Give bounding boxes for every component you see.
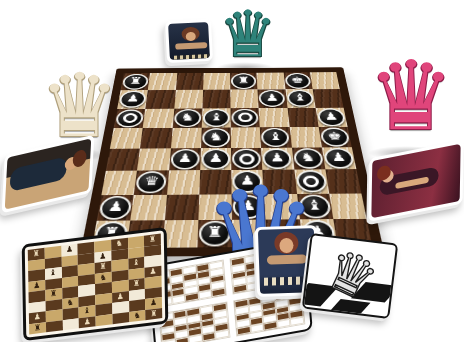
piece-symbol: ♛: [143, 175, 160, 188]
board-square[interactable]: ♝: [260, 127, 291, 148]
pattern-cell: [202, 332, 216, 341]
pawn-token[interactable]: ♟: [98, 196, 132, 220]
board-square[interactable]: [203, 73, 230, 90]
piece-symbol: ♟: [265, 93, 279, 103]
pattern-cell: [189, 335, 203, 342]
mini-board-square: [112, 312, 129, 325]
pattern-cell: [277, 319, 291, 328]
board-square[interactable]: [231, 108, 260, 128]
board-square[interactable]: ♟: [97, 195, 134, 221]
pattern-cell: [215, 330, 229, 339]
board-square[interactable]: [170, 127, 201, 148]
mini-board-square: [62, 318, 79, 331]
knight-token[interactable]: ♞: [202, 128, 230, 147]
board-square[interactable]: ♟: [117, 90, 148, 108]
board-square[interactable]: [312, 89, 343, 107]
knight-token[interactable]: ♞: [173, 109, 201, 127]
board-square[interactable]: [175, 73, 203, 90]
right-deck-illustration: [371, 144, 460, 218]
pattern-cell: [250, 324, 264, 333]
pattern-cell: [198, 290, 212, 299]
woman-dress: [10, 156, 68, 192]
board-square[interactable]: [167, 170, 200, 194]
pink-queen[interactable]: ♛: [368, 48, 454, 144]
board-square[interactable]: [146, 90, 176, 108]
pawn-token[interactable]: ♟: [118, 91, 146, 108]
board-square[interactable]: [231, 127, 261, 148]
pawn-token[interactable]: ♟: [170, 149, 200, 170]
ring-symbol: [238, 113, 253, 123]
board-square[interactable]: ♜: [230, 73, 258, 90]
mini-board-square: [46, 320, 63, 333]
piece-symbol: ♟: [107, 200, 125, 214]
left-deck-illustration: [5, 138, 92, 209]
pattern-cell: [212, 288, 226, 297]
board-square[interactable]: [230, 90, 259, 108]
board-square[interactable]: [137, 148, 170, 170]
pattern-cell: [237, 326, 251, 335]
board-square[interactable]: [131, 194, 167, 220]
board-square[interactable]: ♛: [134, 171, 169, 195]
ring-token[interactable]: [115, 109, 145, 127]
board-square[interactable]: [259, 108, 289, 127]
pattern-cell: [290, 317, 304, 326]
mini-board-square: ♜: [29, 322, 46, 335]
piece-symbol: ♟: [177, 153, 192, 165]
board-square[interactable]: [325, 169, 361, 193]
board-square[interactable]: [310, 72, 340, 89]
piece-symbol: ♟: [323, 111, 338, 121]
board-square[interactable]: ♞: [201, 127, 231, 148]
board-square[interactable]: ♟: [169, 148, 201, 170]
woman-arms: [175, 42, 207, 50]
piece-symbol: ♜: [237, 76, 250, 85]
queen-token[interactable]: ♛: [135, 171, 167, 193]
woman-hair: [72, 149, 87, 169]
board-square[interactable]: [287, 107, 318, 126]
board-square[interactable]: [174, 90, 203, 108]
left-deck-card[interactable]: [2, 135, 95, 214]
board-square[interactable]: ♟: [315, 107, 347, 126]
scene: ♜♜♚♟♟♝♞♝♟♞♝♚♟♟♟♞♟♛♟♟♟♝♜♜♟ ♛ ♛ ♛ ♛: [0, 0, 464, 342]
board-square[interactable]: [164, 194, 199, 220]
fallen-queen-card[interactable]: ♛: [302, 233, 399, 319]
piece-symbol: ♜: [129, 77, 143, 86]
ring-symbol: [122, 113, 138, 123]
board-square[interactable]: ♝: [285, 89, 315, 107]
rook-token[interactable]: ♜: [231, 73, 257, 89]
board-square[interactable]: ♚: [318, 127, 351, 148]
board-square[interactable]: [101, 171, 137, 195]
chessline: [174, 54, 210, 60]
top-deck-illustration: [168, 22, 210, 60]
ring-token[interactable]: [232, 109, 259, 127]
board-square[interactable]: [162, 220, 198, 248]
king-token[interactable]: ♚: [284, 73, 311, 89]
pawn-token[interactable]: ♟: [259, 90, 286, 107]
teal-queen[interactable]: ♛: [219, 2, 276, 66]
pawn-token[interactable]: ♟: [316, 108, 346, 126]
mini-board-square: [96, 314, 113, 327]
board-square[interactable]: [143, 108, 174, 128]
board-square[interactable]: ♟: [322, 147, 357, 169]
board-square[interactable]: [257, 73, 285, 90]
pattern-cell: [172, 295, 186, 304]
board-square[interactable]: ♚: [283, 72, 312, 89]
board-square[interactable]: [140, 128, 172, 149]
piece-symbol: ♝: [293, 93, 307, 103]
king-token[interactable]: ♚: [320, 127, 351, 146]
mini-board-card[interactable]: ♜♟♞♜♟♝♜♝♟♞♟♜♜♞♟♟♝♟♜♟♞♜: [22, 227, 169, 341]
piece-symbol: ♚: [291, 76, 305, 85]
pattern-cell: [233, 284, 247, 293]
mini-board-square: ♞: [129, 310, 146, 323]
piece-symbol: ♞: [180, 112, 194, 122]
pawn-token[interactable]: ♟: [323, 148, 355, 169]
bishop-token[interactable]: ♝: [203, 109, 230, 127]
mini-board-square: ♜: [145, 308, 162, 321]
piece-symbol: ♚: [327, 131, 343, 142]
mini-board-grid: ♜♟♞♜♟♝♜♝♟♞♟♜♜♞♟♟♝♟♜♟♞♜: [28, 234, 162, 335]
piece-symbol: ♟: [330, 152, 347, 164]
rook-token[interactable]: ♜: [122, 74, 150, 90]
board-square[interactable]: ♝: [201, 108, 230, 128]
pattern-quadrant: [158, 302, 230, 342]
board-square[interactable]: [202, 90, 230, 108]
pattern-cell: [263, 321, 277, 330]
bishop-token[interactable]: ♝: [261, 128, 290, 147]
piece-symbol: ♝: [209, 112, 223, 122]
piece-symbol: ♞: [209, 131, 223, 142]
mini-board-square: ♟: [79, 316, 96, 329]
board-square[interactable]: [148, 73, 177, 90]
woman-arms: [267, 254, 307, 264]
toppled-queen-drawing: ♛: [315, 235, 388, 315]
bishop-token[interactable]: ♝: [286, 90, 314, 107]
board-square[interactable]: ♜: [121, 73, 151, 90]
board-square[interactable]: [289, 127, 321, 148]
top-deck-card[interactable]: [165, 19, 213, 63]
board-square[interactable]: ♞: [172, 108, 202, 128]
board-square[interactable]: ♟: [258, 90, 287, 108]
board-square[interactable]: [329, 193, 367, 219]
piece-symbol: ♝: [268, 131, 283, 142]
piece-symbol: ♟: [125, 94, 140, 104]
pattern-cell: [185, 293, 199, 302]
